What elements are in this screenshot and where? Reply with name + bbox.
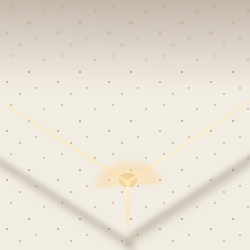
checkerboard-photo-scene — [0, 0, 250, 250]
